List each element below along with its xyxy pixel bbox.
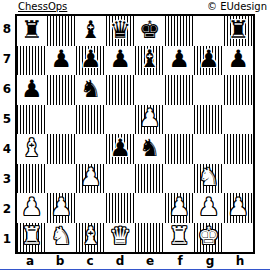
white-pawn-icon: ♟ <box>198 195 220 219</box>
square-c1[interactable]: ♝ <box>76 223 106 253</box>
square-e7[interactable]: ♝ <box>135 46 165 76</box>
square-g7[interactable]: ♟ <box>194 46 224 76</box>
square-e3[interactable] <box>135 164 165 194</box>
white-pawn-icon: ♟ <box>80 165 102 189</box>
square-g8[interactable] <box>194 16 224 46</box>
square-g1[interactable]: ♚ <box>194 223 224 253</box>
square-h1[interactable] <box>224 223 254 253</box>
square-e5[interactable]: ♟ <box>135 105 165 135</box>
square-d3[interactable] <box>106 164 136 194</box>
rank-label-7: 7 <box>0 44 14 74</box>
white-pawn-icon: ♟ <box>21 195 43 219</box>
square-a8[interactable]: ♜ <box>17 16 47 46</box>
white-queen-icon: ♛ <box>109 224 131 248</box>
square-f3[interactable] <box>165 164 195 194</box>
black-queen-icon: ♛ <box>109 18 131 42</box>
rank-label-4: 4 <box>0 134 14 164</box>
chess-board: ♜♝♛♚♜♟♟♟♝♟♟♟♟♞♟♝♟♞♟♞♟♟♟♟♟♜♞♝♛♜♚ <box>15 14 255 254</box>
white-knight-icon: ♞ <box>198 165 220 189</box>
black-bishop-icon: ♝ <box>139 47 161 71</box>
rank-label-1: 1 <box>0 224 14 254</box>
square-e1[interactable] <box>135 223 165 253</box>
square-a3[interactable] <box>17 164 47 194</box>
square-h5[interactable] <box>224 105 254 135</box>
square-a6[interactable]: ♟ <box>17 75 47 105</box>
square-h2[interactable]: ♟ <box>224 193 254 223</box>
square-f7[interactable]: ♟ <box>165 46 195 76</box>
square-b7[interactable]: ♟ <box>47 46 77 76</box>
rank-label-6: 6 <box>0 74 14 104</box>
square-a7[interactable] <box>17 46 47 76</box>
black-knight-icon: ♞ <box>139 136 161 160</box>
square-f6[interactable] <box>165 75 195 105</box>
square-c5[interactable] <box>76 105 106 135</box>
square-h6[interactable] <box>224 75 254 105</box>
black-rook-icon: ♜ <box>21 18 43 42</box>
file-label-h: h <box>225 254 255 268</box>
square-a2[interactable]: ♟ <box>17 193 47 223</box>
square-e8[interactable]: ♚ <box>135 16 165 46</box>
square-c8[interactable]: ♝ <box>76 16 106 46</box>
file-label-d: d <box>105 254 135 268</box>
file-label-a: a <box>15 254 45 268</box>
black-pawn-icon: ♟ <box>109 47 131 71</box>
white-pawn-icon: ♟ <box>139 106 161 130</box>
white-bishop-icon: ♝ <box>80 224 102 248</box>
square-d8[interactable]: ♛ <box>106 16 136 46</box>
square-c3[interactable]: ♟ <box>76 164 106 194</box>
black-knight-icon: ♞ <box>80 77 102 101</box>
square-c7[interactable]: ♟ <box>76 46 106 76</box>
square-a4[interactable]: ♝ <box>17 134 47 164</box>
square-c2[interactable] <box>76 193 106 223</box>
black-pawn-icon: ♟ <box>21 77 43 101</box>
square-d5[interactable] <box>106 105 136 135</box>
app-title-link[interactable]: ChessOps <box>18 1 67 12</box>
square-g6[interactable] <box>194 75 224 105</box>
square-d1[interactable]: ♛ <box>106 223 136 253</box>
square-e6[interactable] <box>135 75 165 105</box>
square-b6[interactable] <box>47 75 77 105</box>
rank-labels: 87654321 <box>0 14 14 254</box>
square-h3[interactable] <box>224 164 254 194</box>
square-c4[interactable] <box>76 134 106 164</box>
square-b1[interactable]: ♞ <box>47 223 77 253</box>
square-d2[interactable] <box>106 193 136 223</box>
black-pawn-icon: ♟ <box>80 47 102 71</box>
square-e2[interactable] <box>135 193 165 223</box>
square-g2[interactable]: ♟ <box>194 193 224 223</box>
square-g4[interactable] <box>194 134 224 164</box>
square-e4[interactable]: ♞ <box>135 134 165 164</box>
square-d7[interactable]: ♟ <box>106 46 136 76</box>
square-b2[interactable]: ♟ <box>47 193 77 223</box>
file-label-g: g <box>195 254 225 268</box>
square-d4[interactable]: ♟ <box>106 134 136 164</box>
white-rook-icon: ♜ <box>21 224 43 248</box>
square-d6[interactable] <box>106 75 136 105</box>
square-h7[interactable]: ♟ <box>224 46 254 76</box>
black-bishop-icon: ♝ <box>80 18 102 42</box>
square-f2[interactable]: ♟ <box>165 193 195 223</box>
white-bishop-icon: ♝ <box>21 136 43 160</box>
file-label-f: f <box>165 254 195 268</box>
black-pawn-icon: ♟ <box>198 47 220 71</box>
white-king-icon: ♚ <box>198 224 220 248</box>
square-a1[interactable]: ♜ <box>17 223 47 253</box>
square-f4[interactable] <box>165 134 195 164</box>
square-f5[interactable] <box>165 105 195 135</box>
file-label-b: b <box>45 254 75 268</box>
file-label-e: e <box>135 254 165 268</box>
rank-label-8: 8 <box>0 14 14 44</box>
file-label-c: c <box>75 254 105 268</box>
square-f1[interactable]: ♜ <box>165 223 195 253</box>
black-king-icon: ♚ <box>139 18 161 42</box>
square-a5[interactable] <box>17 105 47 135</box>
square-f8[interactable] <box>165 16 195 46</box>
square-b5[interactable] <box>47 105 77 135</box>
rank-label-2: 2 <box>0 194 14 224</box>
white-rook-icon: ♜ <box>168 224 190 248</box>
square-c6[interactable]: ♞ <box>76 75 106 105</box>
square-g5[interactable] <box>194 105 224 135</box>
square-h8[interactable]: ♜ <box>224 16 254 46</box>
black-rook-icon: ♜ <box>227 18 249 42</box>
black-pawn-icon: ♟ <box>109 136 131 160</box>
rank-label-5: 5 <box>0 104 14 134</box>
square-g3[interactable]: ♞ <box>194 164 224 194</box>
square-b3[interactable] <box>47 164 77 194</box>
file-labels: abcdefgh <box>15 254 255 268</box>
black-pawn-icon: ♟ <box>50 47 72 71</box>
white-pawn-icon: ♟ <box>50 195 72 219</box>
white-pawn-icon: ♟ <box>227 195 249 219</box>
black-pawn-icon: ♟ <box>168 47 190 71</box>
square-b8[interactable] <box>47 16 77 46</box>
white-knight-icon: ♞ <box>50 224 72 248</box>
square-h4[interactable] <box>224 134 254 164</box>
copyright-credit: © EUdesign <box>207 1 267 12</box>
square-b4[interactable] <box>47 134 77 164</box>
white-pawn-icon: ♟ <box>168 195 190 219</box>
black-pawn-icon: ♟ <box>227 47 249 71</box>
rank-label-3: 3 <box>0 164 14 194</box>
